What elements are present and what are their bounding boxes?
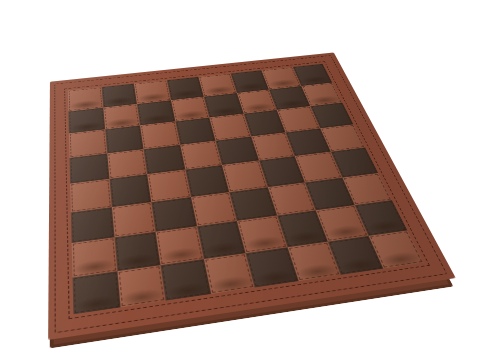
piece-glyph: ♟: [60, 57, 113, 129]
square-h8[interactable]: [292, 64, 332, 86]
square-a7[interactable]: [68, 107, 104, 133]
piece-shadow: [266, 78, 300, 89]
square-g8[interactable]: [261, 67, 300, 89]
piece-shadow: [69, 120, 104, 133]
square-b8[interactable]: [101, 83, 137, 107]
piece-glyph: ♜: [60, 16, 111, 108]
piece-glyph: ♛: [162, 0, 212, 97]
piece-shadow: [69, 99, 102, 111]
piece-glyph: ♝: [227, 0, 276, 90]
piece-glyph: ♞: [94, 3, 144, 104]
board-perspective-wrap: ♜♞♝♛♚♝♞♜♟♟♟♟♟♟♟♟♜♞♝♚♛♝♞♜♟♟♟♟♟♟♟♟: [0, 0, 480, 357]
piece-shadow: [103, 95, 136, 107]
chess-board: ♜♞♝♛♚♝♞♜♟♟♟♟♟♟♟♟♜♞♝♚♛♝♞♜♟♟♟♟♟♟♟♟: [48, 53, 456, 340]
piece-glyph: ♟: [62, 214, 130, 308]
piece-glyph: ♚: [195, 0, 244, 93]
scene: ♜♞♝♛♚♝♞♜♟♟♟♟♟♟♟♟♜♞♝♚♛♝♞♜♟♟♟♟♟♟♟♟: [0, 0, 480, 357]
piece-glyph: ♜: [291, 0, 339, 83]
piece-glyph: ♟: [131, 50, 183, 122]
piece-glyph: ♟: [96, 54, 148, 126]
piece-glyph: ♝: [128, 0, 178, 100]
square-a8[interactable]: [68, 87, 103, 111]
piece-shadow: [298, 75, 332, 86]
piece-shadow: [136, 92, 170, 104]
piece-glyph: ♟: [300, 34, 350, 103]
square-c8[interactable]: [134, 80, 171, 104]
piece-glyph: ♞: [259, 0, 308, 86]
